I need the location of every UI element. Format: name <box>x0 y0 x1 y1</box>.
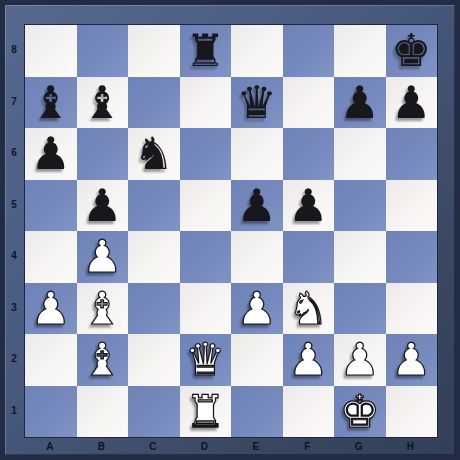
piece-bP-a6: ♟ <box>31 131 71 176</box>
square-c7[interactable] <box>128 77 180 129</box>
file-label-a: A <box>24 437 76 455</box>
square-a7[interactable]: ♝ <box>25 77 77 129</box>
square-h3[interactable] <box>386 283 438 335</box>
square-d2[interactable]: ♛ <box>180 334 232 386</box>
piece-wR-d1: ♜ <box>185 389 225 434</box>
square-h2[interactable]: ♟ <box>386 334 438 386</box>
square-a4[interactable] <box>25 231 77 283</box>
square-g6[interactable] <box>334 128 386 180</box>
file-label-e: E <box>230 437 282 455</box>
square-c4[interactable] <box>128 231 180 283</box>
piece-bQ-e7: ♛ <box>237 80 277 125</box>
square-g8[interactable] <box>334 25 386 77</box>
square-a8[interactable] <box>25 25 77 77</box>
piece-wP-b4: ♟ <box>82 234 122 279</box>
square-b5[interactable]: ♟ <box>77 180 129 232</box>
square-h4[interactable] <box>386 231 438 283</box>
piece-wP-a3: ♟ <box>31 286 71 331</box>
square-c2[interactable] <box>128 334 180 386</box>
square-e6[interactable] <box>231 128 283 180</box>
square-a1[interactable] <box>25 386 77 438</box>
piece-bP-f5: ♟ <box>288 183 328 228</box>
square-f2[interactable]: ♟ <box>283 334 335 386</box>
square-f7[interactable] <box>283 77 335 129</box>
rank-label-1: 1 <box>4 385 24 437</box>
file-label-g: G <box>333 437 385 455</box>
piece-bN-c6: ♞ <box>134 131 174 176</box>
square-c5[interactable] <box>128 180 180 232</box>
piece-wP-e3: ♟ <box>237 286 277 331</box>
rank-label-6: 6 <box>4 127 24 179</box>
piece-bB-a7: ♝ <box>31 80 71 125</box>
piece-bB-b7: ♝ <box>82 80 122 125</box>
rank-label-2: 2 <box>4 333 24 385</box>
square-c8[interactable] <box>128 25 180 77</box>
piece-bK-h8: ♚ <box>391 28 431 73</box>
square-a6[interactable]: ♟ <box>25 128 77 180</box>
rank-label-5: 5 <box>4 179 24 231</box>
piece-wP-g2: ♟ <box>340 337 380 382</box>
rank-labels: 87654321 <box>4 24 24 436</box>
square-c6[interactable]: ♞ <box>128 128 180 180</box>
piece-bP-e5: ♟ <box>237 183 277 228</box>
file-label-c: C <box>127 437 179 455</box>
square-d3[interactable] <box>180 283 232 335</box>
square-b6[interactable] <box>77 128 129 180</box>
square-a2[interactable] <box>25 334 77 386</box>
square-f5[interactable]: ♟ <box>283 180 335 232</box>
square-b2[interactable]: ♝ <box>77 334 129 386</box>
file-label-h: H <box>385 437 437 455</box>
file-label-b: B <box>76 437 128 455</box>
square-h6[interactable] <box>386 128 438 180</box>
square-e7[interactable]: ♛ <box>231 77 283 129</box>
square-a3[interactable]: ♟ <box>25 283 77 335</box>
square-d6[interactable] <box>180 128 232 180</box>
square-b7[interactable]: ♝ <box>77 77 129 129</box>
square-d7[interactable] <box>180 77 232 129</box>
square-e2[interactable] <box>231 334 283 386</box>
square-b4[interactable]: ♟ <box>77 231 129 283</box>
square-e8[interactable] <box>231 25 283 77</box>
square-h8[interactable]: ♚ <box>386 25 438 77</box>
rank-label-4: 4 <box>4 230 24 282</box>
square-d5[interactable] <box>180 180 232 232</box>
square-f8[interactable] <box>283 25 335 77</box>
file-labels: ABCDEFGH <box>24 437 436 455</box>
square-f1[interactable] <box>283 386 335 438</box>
rank-label-7: 7 <box>4 76 24 128</box>
piece-wN-f3: ♞ <box>288 286 328 331</box>
square-b8[interactable] <box>77 25 129 77</box>
square-e1[interactable] <box>231 386 283 438</box>
square-g3[interactable] <box>334 283 386 335</box>
square-e5[interactable]: ♟ <box>231 180 283 232</box>
square-c1[interactable] <box>128 386 180 438</box>
square-f6[interactable] <box>283 128 335 180</box>
square-e4[interactable] <box>231 231 283 283</box>
square-a5[interactable] <box>25 180 77 232</box>
piece-wK-g1: ♚ <box>340 389 380 434</box>
square-b1[interactable] <box>77 386 129 438</box>
square-b3[interactable]: ♝ <box>77 283 129 335</box>
square-h1[interactable] <box>386 386 438 438</box>
square-h7[interactable]: ♟ <box>386 77 438 129</box>
chess-board: ♜♚♝♝♛♟♟♟♞♟♟♟♟♟♝♟♞♝♛♟♟♟♜♚ <box>24 24 438 438</box>
piece-wQ-d2: ♛ <box>185 337 225 382</box>
piece-wB-b2: ♝ <box>82 337 122 382</box>
square-d8[interactable]: ♜ <box>180 25 232 77</box>
rank-label-3: 3 <box>4 282 24 334</box>
square-f3[interactable]: ♞ <box>283 283 335 335</box>
piece-wP-h2: ♟ <box>391 337 431 382</box>
file-label-d: D <box>179 437 231 455</box>
file-label-f: F <box>282 437 334 455</box>
square-g4[interactable] <box>334 231 386 283</box>
piece-wB-b3: ♝ <box>82 286 122 331</box>
rank-label-8: 8 <box>4 24 24 76</box>
piece-wP-f2: ♟ <box>288 337 328 382</box>
piece-bP-b5: ♟ <box>82 183 122 228</box>
square-h5[interactable] <box>386 180 438 232</box>
piece-bP-g7: ♟ <box>340 80 380 125</box>
square-f4[interactable] <box>283 231 335 283</box>
square-g1[interactable]: ♚ <box>334 386 386 438</box>
piece-bP-h7: ♟ <box>391 80 431 125</box>
square-d4[interactable] <box>180 231 232 283</box>
square-c3[interactable] <box>128 283 180 335</box>
chess-diagram: 87654321 ♜♚♝♝♛♟♟♟♞♟♟♟♟♟♝♟♞♝♛♟♟♟♜♚ ABCDEF… <box>0 0 460 460</box>
square-g2[interactable]: ♟ <box>334 334 386 386</box>
square-g5[interactable] <box>334 180 386 232</box>
square-g7[interactable]: ♟ <box>334 77 386 129</box>
piece-bR-d8: ♜ <box>185 28 225 73</box>
square-d1[interactable]: ♜ <box>180 386 232 438</box>
square-e3[interactable]: ♟ <box>231 283 283 335</box>
